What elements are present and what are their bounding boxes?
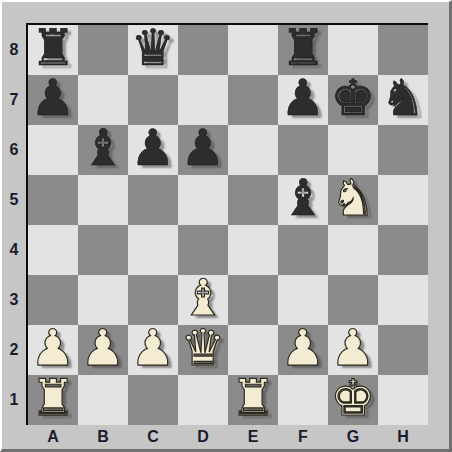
black-rook-f8[interactable]: ♜ <box>281 23 326 73</box>
square-f7[interactable]: ♟ <box>278 75 328 125</box>
black-pawn-f7[interactable]: ♟ <box>281 73 326 123</box>
square-e4[interactable] <box>228 225 278 275</box>
black-rook-a8[interactable]: ♜ <box>31 23 76 73</box>
file-labels: ABCDEFGH <box>28 425 428 449</box>
white-rook-a1[interactable]: ♜ <box>31 373 76 423</box>
file-label-f: F <box>278 425 328 449</box>
square-f3[interactable] <box>278 275 328 325</box>
file-label-c: C <box>128 425 178 449</box>
square-f5[interactable]: ♝ <box>278 175 328 225</box>
square-a4[interactable] <box>28 225 78 275</box>
square-b6[interactable]: ♝ <box>78 125 128 175</box>
file-label-b: B <box>78 425 128 449</box>
white-pawn-a2[interactable]: ♟ <box>31 323 76 373</box>
square-c8[interactable]: ♛ <box>128 25 178 75</box>
file-label-e: E <box>228 425 278 449</box>
square-h6[interactable] <box>378 125 428 175</box>
white-pawn-c2[interactable]: ♟ <box>131 323 176 373</box>
square-c4[interactable] <box>128 225 178 275</box>
chess-board: ♜♛♜♟♟♚♞♝♟♟♝♞♝♟♟♟♛♟♟♜♜♚ <box>26 23 428 425</box>
square-d6[interactable]: ♟ <box>178 125 228 175</box>
square-f1[interactable] <box>278 375 328 425</box>
square-a7[interactable]: ♟ <box>28 75 78 125</box>
square-g5[interactable]: ♞ <box>328 175 378 225</box>
square-g1[interactable]: ♚ <box>328 375 378 425</box>
square-c6[interactable]: ♟ <box>128 125 178 175</box>
square-f4[interactable] <box>278 225 328 275</box>
rank-label-6: 6 <box>2 125 26 175</box>
file-label-a: A <box>28 425 78 449</box>
black-king-g7[interactable]: ♚ <box>331 73 376 123</box>
square-e7[interactable] <box>228 75 278 125</box>
file-label-g: G <box>328 425 378 449</box>
square-f2[interactable]: ♟ <box>278 325 328 375</box>
square-b8[interactable] <box>78 25 128 75</box>
square-f6[interactable] <box>278 125 328 175</box>
square-c1[interactable] <box>128 375 178 425</box>
black-pawn-c6[interactable]: ♟ <box>131 123 176 173</box>
black-pawn-d6[interactable]: ♟ <box>181 123 226 173</box>
square-d1[interactable] <box>178 375 228 425</box>
square-c7[interactable] <box>128 75 178 125</box>
square-g3[interactable] <box>328 275 378 325</box>
square-b5[interactable] <box>78 175 128 225</box>
square-a5[interactable] <box>28 175 78 225</box>
square-h8[interactable] <box>378 25 428 75</box>
square-g4[interactable] <box>328 225 378 275</box>
square-d5[interactable] <box>178 175 228 225</box>
white-bishop-d3[interactable]: ♝ <box>181 273 226 323</box>
square-a2[interactable]: ♟ <box>28 325 78 375</box>
black-bishop-b6[interactable]: ♝ <box>81 123 126 173</box>
white-knight-g5[interactable]: ♞ <box>331 173 376 223</box>
rank-label-8: 8 <box>2 25 26 75</box>
square-b2[interactable]: ♟ <box>78 325 128 375</box>
square-c2[interactable]: ♟ <box>128 325 178 375</box>
square-g6[interactable] <box>328 125 378 175</box>
square-d8[interactable] <box>178 25 228 75</box>
square-g2[interactable]: ♟ <box>328 325 378 375</box>
square-d7[interactable] <box>178 75 228 125</box>
square-b4[interactable] <box>78 225 128 275</box>
white-rook-e1[interactable]: ♜ <box>231 373 276 423</box>
rank-label-2: 2 <box>2 325 26 375</box>
rank-label-7: 7 <box>2 75 26 125</box>
square-h2[interactable] <box>378 325 428 375</box>
chessboard-frame: 87654321 ♜♛♜♟♟♚♞♝♟♟♝♞♝♟♟♟♛♟♟♜♜♚ ABCDEFGH <box>0 0 452 452</box>
black-knight-h7[interactable]: ♞ <box>381 73 426 123</box>
square-d4[interactable] <box>178 225 228 275</box>
square-b1[interactable] <box>78 375 128 425</box>
file-label-d: D <box>178 425 228 449</box>
square-f8[interactable]: ♜ <box>278 25 328 75</box>
square-e3[interactable] <box>228 275 278 325</box>
square-c5[interactable] <box>128 175 178 225</box>
square-e5[interactable] <box>228 175 278 225</box>
square-e2[interactable] <box>228 325 278 375</box>
square-e8[interactable] <box>228 25 278 75</box>
square-h1[interactable] <box>378 375 428 425</box>
square-e1[interactable]: ♜ <box>228 375 278 425</box>
white-pawn-b2[interactable]: ♟ <box>81 323 126 373</box>
file-label-h: H <box>378 425 428 449</box>
rank-label-1: 1 <box>2 375 26 425</box>
square-d3[interactable]: ♝ <box>178 275 228 325</box>
black-bishop-f5[interactable]: ♝ <box>281 173 326 223</box>
square-c3[interactable] <box>128 275 178 325</box>
square-d2[interactable]: ♛ <box>178 325 228 375</box>
square-g8[interactable] <box>328 25 378 75</box>
square-a6[interactable] <box>28 125 78 175</box>
square-g7[interactable]: ♚ <box>328 75 378 125</box>
rank-label-4: 4 <box>2 225 26 275</box>
square-e6[interactable] <box>228 125 278 175</box>
white-pawn-g2[interactable]: ♟ <box>331 323 376 373</box>
square-h7[interactable]: ♞ <box>378 75 428 125</box>
square-h4[interactable] <box>378 225 428 275</box>
square-a1[interactable]: ♜ <box>28 375 78 425</box>
square-h5[interactable] <box>378 175 428 225</box>
square-b7[interactable] <box>78 75 128 125</box>
rank-label-5: 5 <box>2 175 26 225</box>
white-queen-d2[interactable]: ♛ <box>181 323 226 373</box>
square-h3[interactable] <box>378 275 428 325</box>
square-a8[interactable]: ♜ <box>28 25 78 75</box>
rank-labels: 87654321 <box>2 25 26 425</box>
rank-label-3: 3 <box>2 275 26 325</box>
white-pawn-f2[interactable]: ♟ <box>281 323 326 373</box>
white-king-g1[interactable]: ♚ <box>331 373 376 423</box>
black-pawn-a7[interactable]: ♟ <box>31 73 76 123</box>
black-queen-c8[interactable]: ♛ <box>131 23 176 73</box>
square-b3[interactable] <box>78 275 128 325</box>
square-a3[interactable] <box>28 275 78 325</box>
